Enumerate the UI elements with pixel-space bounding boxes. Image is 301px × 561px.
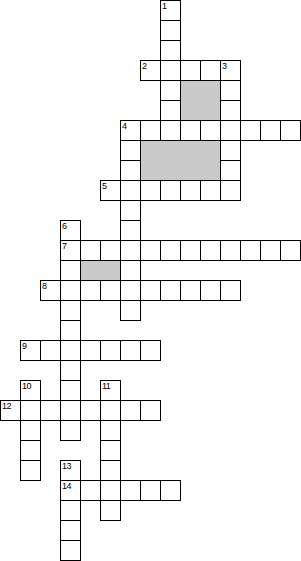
crossword-cell-r12c5[interactable] (100, 240, 121, 261)
crossword-cell-r12c3[interactable] (60, 240, 81, 261)
crossword-cell-r12c13[interactable] (260, 240, 281, 261)
crossword-cell-r9c7[interactable] (140, 180, 161, 201)
crossword-cell-r6c10[interactable] (200, 120, 221, 141)
crossword-cell-r20c7[interactable] (140, 400, 161, 421)
crossword-cell-r12c6[interactable] (120, 240, 141, 261)
crossword-cell-r0c8[interactable] (160, 0, 181, 21)
crossword-cell-r25c3[interactable] (60, 500, 81, 521)
crossword-cell-r14c8[interactable] (160, 280, 181, 301)
crossword-cell-r7c6[interactable] (120, 140, 141, 161)
crossword-cell-r23c1[interactable] (20, 460, 41, 481)
crossword-cell-r9c6[interactable] (120, 180, 141, 201)
crossword-cell-r14c2[interactable] (40, 280, 61, 301)
crossword-cell-r14c7[interactable] (140, 280, 161, 301)
crossword-cell-r9c9[interactable] (180, 180, 201, 201)
crossword-cell-r11c3[interactable] (60, 220, 81, 241)
shaded-block-3 (80, 260, 121, 281)
crossword-cell-r24c3[interactable] (60, 480, 81, 501)
crossword-cell-r17c4[interactable] (80, 340, 101, 361)
crossword-cell-r17c2[interactable] (40, 340, 61, 361)
crossword-cell-r18c3[interactable] (60, 360, 81, 381)
crossword-cell-r16c3[interactable] (60, 320, 81, 341)
crossword-cell-r14c6[interactable] (120, 280, 141, 301)
crossword-cell-r6c6[interactable] (120, 120, 141, 141)
crossword-cell-r14c4[interactable] (80, 280, 101, 301)
crossword-cell-r6c8[interactable] (160, 120, 181, 141)
crossword-cell-r20c5[interactable] (100, 400, 121, 421)
crossword-cell-r19c5[interactable] (100, 380, 121, 401)
crossword-cell-r3c11[interactable] (220, 60, 241, 81)
crossword-cell-r12c4[interactable] (80, 240, 101, 261)
crossword-cell-r21c1[interactable] (20, 420, 41, 441)
crossword-cell-r13c3[interactable] (60, 260, 81, 281)
crossword-cell-r4c8[interactable] (160, 80, 181, 101)
crossword-cell-r22c5[interactable] (100, 440, 121, 461)
crossword-cell-r15c3[interactable] (60, 300, 81, 321)
crossword-cell-r20c2[interactable] (40, 400, 61, 421)
crossword-cell-r6c11[interactable] (220, 120, 241, 141)
crossword-cell-r3c9[interactable] (180, 60, 201, 81)
crossword-cell-r14c9[interactable] (180, 280, 201, 301)
crossword-cell-r27c3[interactable] (60, 540, 81, 561)
crossword-cell-r19c3[interactable] (60, 380, 81, 401)
shaded-block-2 (140, 140, 221, 181)
crossword-board: 1234567891011121314 (0, 0, 301, 561)
crossword-cell-r20c3[interactable] (60, 400, 81, 421)
crossword-cell-r9c5[interactable] (100, 180, 121, 201)
crossword-cell-r24c7[interactable] (140, 480, 161, 501)
crossword-cell-r9c11[interactable] (220, 180, 241, 201)
crossword-cell-r24c4[interactable] (80, 480, 101, 501)
crossword-cell-r12c10[interactable] (200, 240, 221, 261)
crossword-cell-r6c14[interactable] (280, 120, 301, 141)
crossword-cell-r9c10[interactable] (200, 180, 221, 201)
shaded-block-1 (180, 80, 221, 121)
crossword-cell-r17c7[interactable] (140, 340, 161, 361)
crossword-cell-r3c7[interactable] (140, 60, 161, 81)
crossword-cell-r3c10[interactable] (200, 60, 221, 81)
crossword-cell-r14c11[interactable] (220, 280, 241, 301)
crossword-cell-r6c9[interactable] (180, 120, 201, 141)
crossword-cell-r12c9[interactable] (180, 240, 201, 261)
crossword-cell-r1c8[interactable] (160, 20, 181, 41)
crossword-cell-r2c8[interactable] (160, 40, 181, 61)
crossword-cell-r20c1[interactable] (20, 400, 41, 421)
crossword-cell-r17c6[interactable] (120, 340, 141, 361)
crossword-cell-r6c12[interactable] (240, 120, 261, 141)
crossword-cell-r25c5[interactable] (100, 500, 121, 521)
crossword-cell-r7c11[interactable] (220, 140, 241, 161)
crossword-cell-r23c5[interactable] (100, 460, 121, 481)
crossword-cell-r5c11[interactable] (220, 100, 241, 121)
crossword-cell-r24c5[interactable] (100, 480, 121, 501)
crossword-cell-r21c3[interactable] (60, 420, 81, 441)
crossword-cell-r4c11[interactable] (220, 80, 241, 101)
crossword-cell-r26c3[interactable] (60, 520, 81, 541)
crossword-cell-r17c3[interactable] (60, 340, 81, 361)
crossword-cell-r24c6[interactable] (120, 480, 141, 501)
crossword-cell-r17c1[interactable] (20, 340, 41, 361)
crossword-cell-r6c13[interactable] (260, 120, 281, 141)
crossword-cell-r20c4[interactable] (80, 400, 101, 421)
crossword-cell-r14c3[interactable] (60, 280, 81, 301)
crossword-cell-r12c8[interactable] (160, 240, 181, 261)
crossword-cell-r8c11[interactable] (220, 160, 241, 181)
crossword-cell-r12c12[interactable] (240, 240, 261, 261)
crossword-cell-r14c10[interactable] (200, 280, 221, 301)
crossword-cell-r12c11[interactable] (220, 240, 241, 261)
crossword-cell-r13c6[interactable] (120, 260, 141, 281)
crossword-cell-r12c7[interactable] (140, 240, 161, 261)
crossword-cell-r3c8[interactable] (160, 60, 181, 81)
crossword-cell-r6c7[interactable] (140, 120, 161, 141)
crossword-cell-r22c1[interactable] (20, 440, 41, 461)
crossword-cell-r10c6[interactable] (120, 200, 141, 221)
crossword-cell-r23c3[interactable] (60, 460, 81, 481)
crossword-cell-r20c0[interactable] (0, 400, 21, 421)
crossword-cell-r19c1[interactable] (20, 380, 41, 401)
crossword-cell-r21c5[interactable] (100, 420, 121, 441)
crossword-cell-r17c5[interactable] (100, 340, 121, 361)
crossword-cell-r24c8[interactable] (160, 480, 181, 501)
crossword-cell-r9c8[interactable] (160, 180, 181, 201)
crossword-cell-r8c6[interactable] (120, 160, 141, 181)
crossword-cell-r14c5[interactable] (100, 280, 121, 301)
crossword-cell-r12c14[interactable] (280, 240, 301, 261)
crossword-cell-r11c6[interactable] (120, 220, 141, 241)
crossword-cell-r15c6[interactable] (120, 300, 141, 321)
crossword-cell-r20c6[interactable] (120, 400, 141, 421)
crossword-cell-r5c8[interactable] (160, 100, 181, 121)
